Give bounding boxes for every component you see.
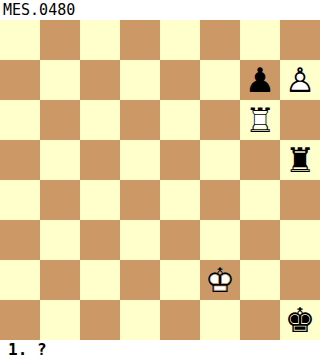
square-c4[interactable] — [80, 180, 120, 220]
square-a5[interactable] — [0, 140, 40, 180]
move-prompt: 1. ? — [0, 340, 320, 360]
square-h5[interactable]: ♜ — [280, 140, 320, 180]
square-g8[interactable] — [240, 20, 280, 60]
white-pawn: ♟♙ — [280, 60, 320, 100]
white-king: ♚♔ — [200, 260, 240, 300]
square-f7[interactable] — [200, 60, 240, 100]
square-g6[interactable]: ♜♖ — [240, 100, 280, 140]
square-d2[interactable] — [120, 260, 160, 300]
square-a1[interactable] — [0, 300, 40, 340]
chess-board: ♟♟♙♜♖♜♚♔♚ — [0, 20, 320, 340]
square-e2[interactable] — [160, 260, 200, 300]
square-c5[interactable] — [80, 140, 120, 180]
square-g5[interactable] — [240, 140, 280, 180]
square-f4[interactable] — [200, 180, 240, 220]
square-b7[interactable] — [40, 60, 80, 100]
square-b3[interactable] — [40, 220, 80, 260]
square-a7[interactable] — [0, 60, 40, 100]
square-b2[interactable] — [40, 260, 80, 300]
square-f3[interactable] — [200, 220, 240, 260]
square-f6[interactable] — [200, 100, 240, 140]
square-h3[interactable] — [280, 220, 320, 260]
square-g2[interactable] — [240, 260, 280, 300]
square-d7[interactable] — [120, 60, 160, 100]
square-b5[interactable] — [40, 140, 80, 180]
square-h7[interactable]: ♟♙ — [280, 60, 320, 100]
black-pawn: ♟ — [240, 60, 280, 100]
square-e3[interactable] — [160, 220, 200, 260]
white-rook: ♜♖ — [240, 100, 280, 140]
square-e5[interactable] — [160, 140, 200, 180]
square-c2[interactable] — [80, 260, 120, 300]
square-h8[interactable] — [280, 20, 320, 60]
square-h4[interactable] — [280, 180, 320, 220]
square-e8[interactable] — [160, 20, 200, 60]
square-d6[interactable] — [120, 100, 160, 140]
square-g1[interactable] — [240, 300, 280, 340]
black-rook: ♜ — [280, 140, 320, 180]
square-a6[interactable] — [0, 100, 40, 140]
square-d5[interactable] — [120, 140, 160, 180]
square-c8[interactable] — [80, 20, 120, 60]
square-d8[interactable] — [120, 20, 160, 60]
square-g3[interactable] — [240, 220, 280, 260]
square-d4[interactable] — [120, 180, 160, 220]
square-b1[interactable] — [40, 300, 80, 340]
square-e1[interactable] — [160, 300, 200, 340]
square-e7[interactable] — [160, 60, 200, 100]
square-f5[interactable] — [200, 140, 240, 180]
square-h1[interactable]: ♚ — [280, 300, 320, 340]
square-h2[interactable] — [280, 260, 320, 300]
square-d3[interactable] — [120, 220, 160, 260]
square-f1[interactable] — [200, 300, 240, 340]
square-a8[interactable] — [0, 20, 40, 60]
square-c3[interactable] — [80, 220, 120, 260]
square-a4[interactable] — [0, 180, 40, 220]
square-b6[interactable] — [40, 100, 80, 140]
black-king: ♚ — [280, 300, 320, 340]
square-d1[interactable] — [120, 300, 160, 340]
square-f8[interactable] — [200, 20, 240, 60]
square-c1[interactable] — [80, 300, 120, 340]
square-c7[interactable] — [80, 60, 120, 100]
square-g7[interactable]: ♟ — [240, 60, 280, 100]
square-a3[interactable] — [0, 220, 40, 260]
square-a2[interactable] — [0, 260, 40, 300]
square-c6[interactable] — [80, 100, 120, 140]
square-e6[interactable] — [160, 100, 200, 140]
square-b8[interactable] — [40, 20, 80, 60]
diagram-title: MES.0480 — [0, 0, 320, 20]
square-e4[interactable] — [160, 180, 200, 220]
square-f2[interactable]: ♚♔ — [200, 260, 240, 300]
square-h6[interactable] — [280, 100, 320, 140]
square-b4[interactable] — [40, 180, 80, 220]
square-g4[interactable] — [240, 180, 280, 220]
